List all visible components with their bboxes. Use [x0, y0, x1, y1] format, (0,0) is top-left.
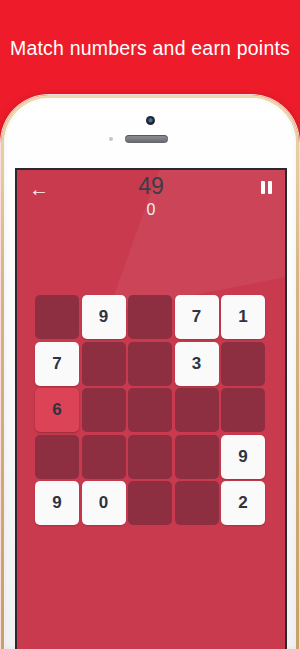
board-cell-empty	[82, 388, 126, 432]
pause-button[interactable]	[259, 179, 274, 196]
banner-title: Match numbers and earn points	[0, 0, 300, 96]
board-cell-empty	[128, 342, 172, 386]
board-cell-empty	[82, 435, 126, 479]
board-cell[interactable]: 9	[82, 295, 126, 339]
board-cell[interactable]: 7	[175, 295, 219, 339]
round-points-value: 0	[17, 201, 285, 219]
board-cell[interactable]: 9	[35, 481, 79, 525]
phone-frame: ← 49 0 9717369902	[1, 95, 299, 649]
board-cell-empty	[221, 342, 265, 386]
front-camera-icon	[146, 116, 155, 125]
board-cell-empty	[128, 295, 172, 339]
board-cell-empty	[175, 481, 219, 525]
board-cell[interactable]: 7	[35, 342, 79, 386]
board-cell-empty	[175, 435, 219, 479]
game-board: 9717369902	[35, 295, 265, 525]
board-cell-empty	[221, 388, 265, 432]
board-cell-empty	[128, 388, 172, 432]
board-cell-empty	[175, 388, 219, 432]
board-cell-selected[interactable]: 6	[35, 388, 79, 432]
proximity-sensor-icon	[109, 137, 113, 141]
board-cell[interactable]: 9	[221, 435, 265, 479]
board-cell-empty	[35, 435, 79, 479]
board-cell[interactable]: 3	[175, 342, 219, 386]
game-screen: ← 49 0 9717369902	[15, 168, 287, 649]
score-value: 49	[17, 173, 285, 200]
board-cell-empty	[82, 342, 126, 386]
board-cell[interactable]: 2	[221, 481, 265, 525]
board-cell-empty	[128, 435, 172, 479]
board-cell[interactable]: 1	[221, 295, 265, 339]
app-store-screenshot: Match numbers and earn points ← 49 0 971…	[0, 0, 300, 649]
phone-bezel: ← 49 0 9717369902	[4, 98, 296, 649]
board-cell[interactable]: 0	[82, 481, 126, 525]
earpiece-speaker-icon	[125, 135, 168, 143]
pause-icon	[261, 181, 265, 194]
board-cell-empty	[35, 295, 79, 339]
pause-icon	[268, 181, 272, 194]
board-cell-empty	[128, 481, 172, 525]
